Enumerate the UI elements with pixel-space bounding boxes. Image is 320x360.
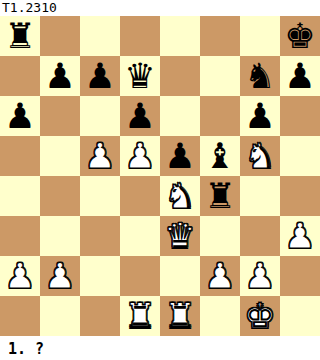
white-knight-icon: ♞ xyxy=(164,179,195,214)
white-queen-icon: ♛ xyxy=(164,219,195,254)
black-pawn-icon: ♟ xyxy=(284,59,315,94)
square-c3[interactable] xyxy=(80,216,120,256)
puzzle-id-label: T1.2310 xyxy=(0,0,320,16)
square-e5[interactable]: ♟ xyxy=(160,136,200,176)
white-king-icon: ♚ xyxy=(244,299,275,334)
white-pawn-icon: ♟ xyxy=(124,139,155,174)
square-a1[interactable] xyxy=(0,296,40,336)
square-d5[interactable]: ♟ xyxy=(120,136,160,176)
square-g8[interactable] xyxy=(240,16,280,56)
black-king-icon: ♚ xyxy=(284,19,315,54)
black-bishop-icon: ♝ xyxy=(204,139,235,174)
white-pawn-icon: ♟ xyxy=(284,219,315,254)
square-e3[interactable]: ♛ xyxy=(160,216,200,256)
black-pawn-icon: ♟ xyxy=(44,59,75,94)
square-h6[interactable] xyxy=(280,96,320,136)
square-a4[interactable] xyxy=(0,176,40,216)
square-c5[interactable]: ♟ xyxy=(80,136,120,176)
square-d4[interactable] xyxy=(120,176,160,216)
square-h2[interactable] xyxy=(280,256,320,296)
square-h8[interactable]: ♚ xyxy=(280,16,320,56)
square-a5[interactable] xyxy=(0,136,40,176)
square-c7[interactable]: ♟ xyxy=(80,56,120,96)
square-a7[interactable] xyxy=(0,56,40,96)
square-g4[interactable] xyxy=(240,176,280,216)
move-prompt-label: 1. ? xyxy=(0,336,320,360)
square-d3[interactable] xyxy=(120,216,160,256)
black-pawn-icon: ♟ xyxy=(124,99,155,134)
square-a8[interactable]: ♜ xyxy=(0,16,40,56)
square-f4[interactable]: ♜ xyxy=(200,176,240,216)
square-f5[interactable]: ♝ xyxy=(200,136,240,176)
white-pawn-icon: ♟ xyxy=(84,139,115,174)
square-g1[interactable]: ♚ xyxy=(240,296,280,336)
black-pawn-icon: ♟ xyxy=(244,99,275,134)
square-b3[interactable] xyxy=(40,216,80,256)
square-f6[interactable] xyxy=(200,96,240,136)
black-pawn-icon: ♟ xyxy=(84,59,115,94)
square-e7[interactable] xyxy=(160,56,200,96)
square-e1[interactable]: ♜ xyxy=(160,296,200,336)
black-queen-icon: ♛ xyxy=(124,59,155,94)
black-pawn-icon: ♟ xyxy=(164,139,195,174)
square-d1[interactable]: ♜ xyxy=(120,296,160,336)
square-b5[interactable] xyxy=(40,136,80,176)
black-rook-icon: ♜ xyxy=(204,179,235,214)
chess-puzzle-app: T1.2310 ♜♚♟♟♛♞♟♟♟♟♟♟♟♝♞♞♜♛♟♟♟♟♟♜♜♚ 1. ? xyxy=(0,0,320,360)
square-c2[interactable] xyxy=(80,256,120,296)
square-g5[interactable]: ♞ xyxy=(240,136,280,176)
square-f8[interactable] xyxy=(200,16,240,56)
square-g3[interactable] xyxy=(240,216,280,256)
white-rook-icon: ♜ xyxy=(164,299,195,334)
square-g2[interactable]: ♟ xyxy=(240,256,280,296)
square-h7[interactable]: ♟ xyxy=(280,56,320,96)
square-f2[interactable]: ♟ xyxy=(200,256,240,296)
square-c6[interactable] xyxy=(80,96,120,136)
square-b1[interactable] xyxy=(40,296,80,336)
chess-board: ♜♚♟♟♛♞♟♟♟♟♟♟♟♝♞♞♜♛♟♟♟♟♟♜♜♚ xyxy=(0,16,320,336)
square-e2[interactable] xyxy=(160,256,200,296)
square-c1[interactable] xyxy=(80,296,120,336)
square-d2[interactable] xyxy=(120,256,160,296)
square-b7[interactable]: ♟ xyxy=(40,56,80,96)
black-knight-icon: ♞ xyxy=(244,59,275,94)
square-h1[interactable] xyxy=(280,296,320,336)
square-a3[interactable] xyxy=(0,216,40,256)
white-rook-icon: ♜ xyxy=(124,299,155,334)
white-pawn-icon: ♟ xyxy=(244,259,275,294)
square-d6[interactable]: ♟ xyxy=(120,96,160,136)
square-e6[interactable] xyxy=(160,96,200,136)
square-b4[interactable] xyxy=(40,176,80,216)
black-pawn-icon: ♟ xyxy=(4,99,35,134)
square-e8[interactable] xyxy=(160,16,200,56)
square-c8[interactable] xyxy=(80,16,120,56)
white-pawn-icon: ♟ xyxy=(4,259,35,294)
square-h5[interactable] xyxy=(280,136,320,176)
black-rook-icon: ♜ xyxy=(4,19,35,54)
square-f7[interactable] xyxy=(200,56,240,96)
square-d8[interactable] xyxy=(120,16,160,56)
square-g6[interactable]: ♟ xyxy=(240,96,280,136)
square-a6[interactable]: ♟ xyxy=(0,96,40,136)
square-e4[interactable]: ♞ xyxy=(160,176,200,216)
white-pawn-icon: ♟ xyxy=(44,259,75,294)
square-c4[interactable] xyxy=(80,176,120,216)
white-pawn-icon: ♟ xyxy=(204,259,235,294)
square-f3[interactable] xyxy=(200,216,240,256)
square-f1[interactable] xyxy=(200,296,240,336)
square-g7[interactable]: ♞ xyxy=(240,56,280,96)
square-b6[interactable] xyxy=(40,96,80,136)
square-a2[interactable]: ♟ xyxy=(0,256,40,296)
square-d7[interactable]: ♛ xyxy=(120,56,160,96)
square-h3[interactable]: ♟ xyxy=(280,216,320,256)
square-h4[interactable] xyxy=(280,176,320,216)
square-b2[interactable]: ♟ xyxy=(40,256,80,296)
square-b8[interactable] xyxy=(40,16,80,56)
white-knight-icon: ♞ xyxy=(244,139,275,174)
